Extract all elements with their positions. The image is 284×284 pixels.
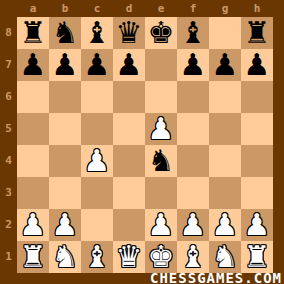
square-f8[interactable]: ♝ xyxy=(177,17,209,49)
square-h1[interactable]: ♜ xyxy=(241,241,273,273)
square-e3[interactable] xyxy=(145,177,177,209)
square-f5[interactable] xyxy=(177,113,209,145)
square-a1[interactable]: ♜ xyxy=(17,241,49,273)
black-rook-a8[interactable]: ♜ xyxy=(17,17,49,49)
square-g2[interactable]: ♟ xyxy=(209,209,241,241)
square-c2[interactable] xyxy=(81,209,113,241)
white-bishop-c1[interactable]: ♝ xyxy=(81,241,113,273)
chess-diagram: abcdefgh 87654321 ♜♞♝♛♚♝♜♟♟♟♟♟♟♟♟♟♞♟♟♟♟♟… xyxy=(0,0,284,284)
square-h5[interactable] xyxy=(241,113,273,145)
square-b7[interactable]: ♟ xyxy=(49,49,81,81)
black-bishop-c8[interactable]: ♝ xyxy=(81,17,113,49)
rank-label-7: 7 xyxy=(0,49,17,81)
square-a5[interactable] xyxy=(17,113,49,145)
white-pawn-h2[interactable]: ♟ xyxy=(241,209,273,241)
square-e1[interactable]: ♚ xyxy=(145,241,177,273)
black-bishop-f8[interactable]: ♝ xyxy=(177,17,209,49)
rank-labels: 87654321 xyxy=(0,17,17,273)
chess-board: ♜♞♝♛♚♝♜♟♟♟♟♟♟♟♟♟♞♟♟♟♟♟♟♜♞♝♛♚♝♞♜ xyxy=(17,17,273,273)
black-rook-h8[interactable]: ♜ xyxy=(241,17,273,49)
square-h3[interactable] xyxy=(241,177,273,209)
black-king-e8[interactable]: ♚ xyxy=(145,17,177,49)
square-a2[interactable]: ♟ xyxy=(17,209,49,241)
square-b1[interactable]: ♞ xyxy=(49,241,81,273)
black-pawn-b7[interactable]: ♟ xyxy=(49,49,81,81)
square-b6[interactable] xyxy=(49,81,81,113)
black-pawn-g7[interactable]: ♟ xyxy=(209,49,241,81)
square-b3[interactable] xyxy=(49,177,81,209)
square-h2[interactable]: ♟ xyxy=(241,209,273,241)
white-pawn-c4[interactable]: ♟ xyxy=(81,145,113,177)
black-pawn-c7[interactable]: ♟ xyxy=(81,49,113,81)
white-rook-h1[interactable]: ♜ xyxy=(241,241,273,273)
square-c8[interactable]: ♝ xyxy=(81,17,113,49)
rank-label-1: 1 xyxy=(0,241,17,273)
square-b4[interactable] xyxy=(49,145,81,177)
white-bishop-f1[interactable]: ♝ xyxy=(177,241,209,273)
square-e2[interactable]: ♟ xyxy=(145,209,177,241)
square-d3[interactable] xyxy=(113,177,145,209)
square-c7[interactable]: ♟ xyxy=(81,49,113,81)
file-label-g: g xyxy=(209,0,241,18)
square-e7[interactable] xyxy=(145,49,177,81)
black-knight-b8[interactable]: ♞ xyxy=(49,17,81,49)
square-e4[interactable]: ♞ xyxy=(145,145,177,177)
rank-label-2: 2 xyxy=(0,209,17,241)
white-pawn-g2[interactable]: ♟ xyxy=(209,209,241,241)
square-a8[interactable]: ♜ xyxy=(17,17,49,49)
black-pawn-d7[interactable]: ♟ xyxy=(113,49,145,81)
white-king-e1[interactable]: ♚ xyxy=(145,241,177,273)
white-queen-d1[interactable]: ♛ xyxy=(113,241,145,273)
square-f2[interactable]: ♟ xyxy=(177,209,209,241)
square-g1[interactable]: ♞ xyxy=(209,241,241,273)
square-f3[interactable] xyxy=(177,177,209,209)
white-pawn-a2[interactable]: ♟ xyxy=(17,209,49,241)
square-f7[interactable]: ♟ xyxy=(177,49,209,81)
square-a4[interactable] xyxy=(17,145,49,177)
site-branding-text: CHESSGAMES.COM xyxy=(150,272,282,284)
rank-label-3: 3 xyxy=(0,177,17,209)
square-c1[interactable]: ♝ xyxy=(81,241,113,273)
square-a7[interactable]: ♟ xyxy=(17,49,49,81)
square-b8[interactable]: ♞ xyxy=(49,17,81,49)
square-h7[interactable]: ♟ xyxy=(241,49,273,81)
square-h8[interactable]: ♜ xyxy=(241,17,273,49)
square-b2[interactable]: ♟ xyxy=(49,209,81,241)
rank-label-6: 6 xyxy=(0,81,17,113)
square-f4[interactable] xyxy=(177,145,209,177)
square-h4[interactable] xyxy=(241,145,273,177)
black-pawn-f7[interactable]: ♟ xyxy=(177,49,209,81)
square-d6[interactable] xyxy=(113,81,145,113)
square-g7[interactable]: ♟ xyxy=(209,49,241,81)
square-g3[interactable] xyxy=(209,177,241,209)
rank-label-4: 4 xyxy=(0,145,17,177)
black-knight-e4[interactable]: ♞ xyxy=(145,145,177,177)
black-queen-d8[interactable]: ♛ xyxy=(113,17,145,49)
square-d7[interactable]: ♟ xyxy=(113,49,145,81)
white-pawn-e5[interactable]: ♟ xyxy=(145,113,177,145)
black-pawn-a7[interactable]: ♟ xyxy=(17,49,49,81)
rank-label-5: 5 xyxy=(0,113,17,145)
square-d8[interactable]: ♛ xyxy=(113,17,145,49)
square-c4[interactable]: ♟ xyxy=(81,145,113,177)
white-pawn-f2[interactable]: ♟ xyxy=(177,209,209,241)
square-a6[interactable] xyxy=(17,81,49,113)
square-d5[interactable] xyxy=(113,113,145,145)
square-g4[interactable] xyxy=(209,145,241,177)
square-d2[interactable] xyxy=(113,209,145,241)
square-h6[interactable] xyxy=(241,81,273,113)
square-g8[interactable] xyxy=(209,17,241,49)
white-rook-a1[interactable]: ♜ xyxy=(17,241,49,273)
white-knight-b1[interactable]: ♞ xyxy=(49,241,81,273)
square-e8[interactable]: ♚ xyxy=(145,17,177,49)
square-g6[interactable] xyxy=(209,81,241,113)
square-e5[interactable]: ♟ xyxy=(145,113,177,145)
square-b5[interactable] xyxy=(49,113,81,145)
rank-label-8: 8 xyxy=(0,17,17,49)
white-pawn-e2[interactable]: ♟ xyxy=(145,209,177,241)
square-g5[interactable] xyxy=(209,113,241,145)
square-a3[interactable] xyxy=(17,177,49,209)
square-c5[interactable] xyxy=(81,113,113,145)
square-d4[interactable] xyxy=(113,145,145,177)
square-d1[interactable]: ♛ xyxy=(113,241,145,273)
white-pawn-b2[interactable]: ♟ xyxy=(49,209,81,241)
square-f1[interactable]: ♝ xyxy=(177,241,209,273)
square-f6[interactable] xyxy=(177,81,209,113)
black-pawn-h7[interactable]: ♟ xyxy=(241,49,273,81)
square-c6[interactable] xyxy=(81,81,113,113)
square-c3[interactable] xyxy=(81,177,113,209)
square-e6[interactable] xyxy=(145,81,177,113)
white-knight-g1[interactable]: ♞ xyxy=(209,241,241,273)
